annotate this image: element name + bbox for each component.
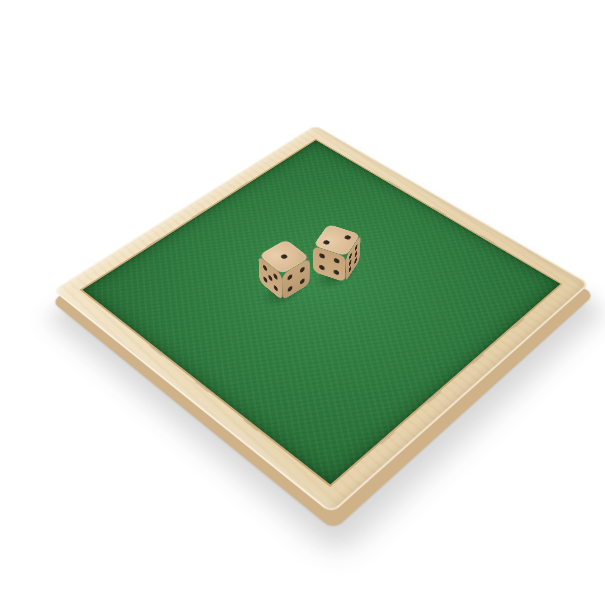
pip <box>349 266 352 274</box>
board-frame: 1234567891012345678910123456789101234567… <box>53 125 590 514</box>
pip <box>274 285 278 293</box>
pip <box>323 240 331 245</box>
board: 1234567891012345678910123456789101234567… <box>53 125 590 514</box>
photo-canvas: 1234567891012345678910123456789101234567… <box>0 0 605 605</box>
pip <box>288 285 293 292</box>
pip <box>268 274 272 282</box>
pip <box>344 235 352 240</box>
pip <box>263 276 267 284</box>
pip <box>333 269 339 275</box>
pip <box>263 264 267 272</box>
pip <box>274 273 278 281</box>
pip <box>300 278 305 285</box>
scene: 1234567891012345678910123456789101234567… <box>0 0 605 605</box>
pip <box>354 257 357 265</box>
pip <box>300 266 305 273</box>
pip <box>319 264 324 270</box>
pip <box>334 258 340 264</box>
pip <box>319 253 325 259</box>
pip <box>288 274 293 281</box>
pip <box>280 254 289 260</box>
